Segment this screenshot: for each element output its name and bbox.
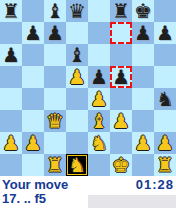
- square-d4[interactable]: [66, 88, 88, 110]
- clock: 01:28: [136, 178, 174, 192]
- square-g4[interactable]: [132, 88, 154, 110]
- square-a4[interactable]: [0, 88, 22, 110]
- piece-white-bishop: ♝: [88, 110, 110, 132]
- square-e3[interactable]: ♝: [88, 110, 110, 132]
- square-e1[interactable]: [88, 154, 110, 176]
- square-h2[interactable]: ♟: [154, 132, 176, 154]
- piece-black-pawn: ♟: [154, 22, 176, 44]
- square-h1[interactable]: ♜: [154, 154, 176, 176]
- piece-black-bishop: ♝: [66, 44, 88, 66]
- square-f1[interactable]: ♚: [110, 154, 132, 176]
- piece-black-pawn: ♟: [132, 22, 154, 44]
- piece-black-pawn: ♟: [88, 66, 110, 88]
- piece-white-pawn: ♟: [0, 132, 22, 154]
- square-d1[interactable]: ♞: [66, 154, 88, 176]
- square-f3[interactable]: ♟: [110, 110, 132, 132]
- square-a8[interactable]: ♜: [0, 0, 22, 22]
- square-f4[interactable]: [110, 88, 132, 110]
- square-d2[interactable]: [66, 132, 88, 154]
- piece-white-pawn: ♟: [66, 66, 88, 88]
- square-e6[interactable]: [88, 44, 110, 66]
- piece-black-knight: ♞: [154, 88, 176, 110]
- square-a7[interactable]: [0, 22, 22, 44]
- square-b5[interactable]: [22, 66, 44, 88]
- square-h7[interactable]: ♟: [154, 22, 176, 44]
- square-b1[interactable]: [22, 154, 44, 176]
- square-g3[interactable]: [132, 110, 154, 132]
- piece-black-rook: ♜: [0, 0, 22, 22]
- piece-white-pawn: ♟: [88, 88, 110, 110]
- piece-black-pawn: ♟: [44, 22, 66, 44]
- status-your-move: Your move: [2, 178, 68, 192]
- square-c4[interactable]: [44, 88, 66, 110]
- square-d7[interactable]: [66, 22, 88, 44]
- last-move-text: 17. .. f5: [2, 192, 46, 206]
- square-g2[interactable]: ♟: [132, 132, 154, 154]
- piece-white-pawn: ♟: [132, 132, 154, 154]
- piece-black-pawn: ♟: [22, 22, 44, 44]
- square-d8[interactable]: ♛: [66, 0, 88, 22]
- piece-black-king: ♚: [132, 0, 154, 22]
- square-h8[interactable]: [154, 0, 176, 22]
- square-a6[interactable]: ♟: [0, 44, 22, 66]
- square-a2[interactable]: ♟: [0, 132, 22, 154]
- square-a5[interactable]: [0, 66, 22, 88]
- square-e2[interactable]: ♞: [88, 132, 110, 154]
- square-f8[interactable]: ♜: [110, 0, 132, 22]
- square-c8[interactable]: ♝: [44, 0, 66, 22]
- square-g5[interactable]: [132, 66, 154, 88]
- square-g6[interactable]: [132, 44, 154, 66]
- piece-black-pawn: ♟: [110, 66, 132, 88]
- piece-white-rook: ♜: [44, 154, 66, 176]
- square-g8[interactable]: ♚: [132, 0, 154, 22]
- square-f5[interactable]: ♟: [110, 66, 132, 88]
- square-b7[interactable]: ♟: [22, 22, 44, 44]
- piece-black-rook: ♜: [110, 0, 132, 22]
- square-d3[interactable]: [66, 110, 88, 132]
- square-a1[interactable]: [0, 154, 22, 176]
- piece-white-pawn: ♟: [154, 132, 176, 154]
- square-e8[interactable]: [88, 0, 110, 22]
- square-a3[interactable]: [0, 110, 22, 132]
- square-f2[interactable]: [110, 132, 132, 154]
- piece-white-knight: ♞: [66, 154, 88, 176]
- square-b2[interactable]: ♟: [22, 132, 44, 154]
- square-e5[interactable]: ♟: [88, 66, 110, 88]
- square-c7[interactable]: ♟: [44, 22, 66, 44]
- square-e4[interactable]: ♟: [88, 88, 110, 110]
- piece-white-king: ♚: [110, 154, 132, 176]
- square-e7[interactable]: [88, 22, 110, 44]
- last-move-from-highlight: [110, 22, 132, 44]
- square-c5[interactable]: [44, 66, 66, 88]
- piece-white-queen: ♛: [44, 110, 66, 132]
- piece-black-queen: ♛: [66, 0, 88, 22]
- square-b4[interactable]: [22, 88, 44, 110]
- square-d5[interactable]: ♟: [66, 66, 88, 88]
- square-g7[interactable]: ♟: [132, 22, 154, 44]
- square-h5[interactable]: [154, 66, 176, 88]
- square-b8[interactable]: [22, 0, 44, 22]
- square-b6[interactable]: [22, 44, 44, 66]
- square-c2[interactable]: [44, 132, 66, 154]
- square-c3[interactable]: ♛: [44, 110, 66, 132]
- square-h4[interactable]: ♞: [154, 88, 176, 110]
- piece-black-pawn: ♟: [0, 44, 22, 66]
- piece-white-rook: ♜: [154, 154, 176, 176]
- square-f6[interactable]: [110, 44, 132, 66]
- square-g1[interactable]: [132, 154, 154, 176]
- square-h3[interactable]: [154, 110, 176, 132]
- chess-app-screen: ♜♝♛♜♚♟♟♟♟♟♝♟♟♟♟♞♛♝♟♟♟♞♟♟♜♞♚♜ Your move 0…: [0, 0, 176, 208]
- square-d6[interactable]: ♝: [66, 44, 88, 66]
- piece-white-knight: ♞: [88, 132, 110, 154]
- piece-black-bishop: ♝: [44, 0, 66, 22]
- square-c1[interactable]: ♜: [44, 154, 66, 176]
- piece-white-pawn: ♟: [22, 132, 44, 154]
- chess-board: ♜♝♛♜♚♟♟♟♟♟♝♟♟♟♟♞♛♝♟♟♟♞♟♟♜♞♚♜: [0, 0, 176, 176]
- square-h6[interactable]: [154, 44, 176, 66]
- square-f7[interactable]: [110, 22, 132, 44]
- piece-white-pawn: ♟: [110, 110, 132, 132]
- square-c6[interactable]: [44, 44, 66, 66]
- status-bar: Your move 01:28 17. .. f5: [0, 176, 176, 208]
- square-b3[interactable]: [22, 110, 44, 132]
